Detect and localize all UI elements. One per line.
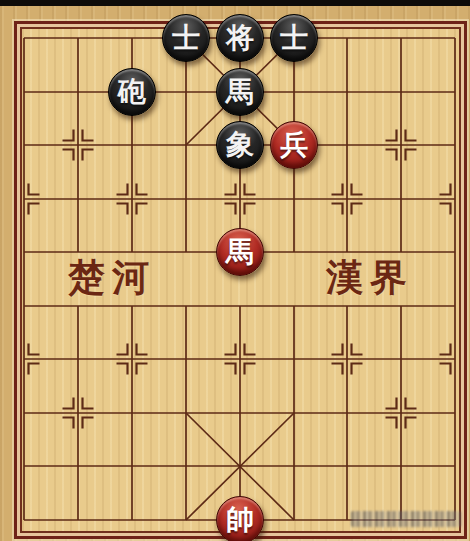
piece-red-soldier[interactable]: 兵 (270, 121, 318, 169)
piece-black-advisor-right[interactable]: 士 (270, 14, 318, 62)
piece-black-advisor-left[interactable]: 士 (162, 14, 210, 62)
top-letterbox-strip (0, 0, 470, 6)
screenshot-root: 楚河 漢界 士将士砲馬象兵馬帥 (0, 0, 470, 541)
piece-red-horse[interactable]: 馬 (216, 228, 264, 276)
piece-black-horse[interactable]: 馬 (216, 68, 264, 116)
pieces-layer: 士将士砲馬象兵馬帥 (0, 0, 470, 541)
piece-black-general[interactable]: 将 (216, 14, 264, 62)
piece-red-general[interactable]: 帥 (216, 496, 264, 541)
blurred-watermark (351, 511, 461, 527)
piece-black-elephant[interactable]: 象 (216, 121, 264, 169)
piece-black-cannon[interactable]: 砲 (108, 68, 156, 116)
